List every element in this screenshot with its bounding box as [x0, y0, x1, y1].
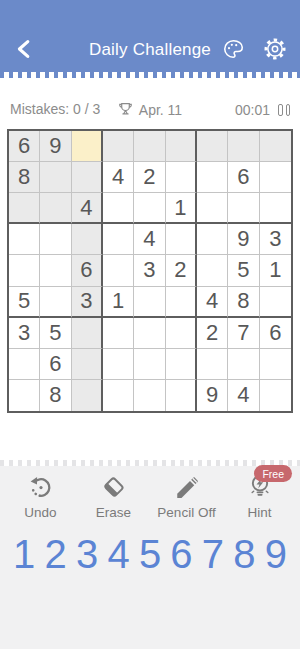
cell-r2c9[interactable] — [260, 162, 291, 193]
digit-9-button[interactable]: 9 — [265, 534, 287, 574]
cell-r2c7[interactable] — [197, 162, 228, 193]
cell-r2c2[interactable] — [40, 162, 71, 193]
timer-group: 00:01 — [235, 98, 292, 122]
cell-r3c3[interactable]: 4 — [72, 193, 103, 224]
sudoku-board: 698426414936325153148352766894 — [7, 129, 293, 413]
cell-r3c2[interactable] — [40, 193, 71, 224]
header: Daily Challenge — [0, 0, 300, 72]
cell-r2c5[interactable]: 2 — [134, 162, 165, 193]
cell-r3c8[interactable] — [228, 193, 259, 224]
cell-r5c8[interactable]: 5 — [228, 255, 259, 286]
cell-r3c6[interactable]: 1 — [166, 193, 197, 224]
cell-r1c4[interactable] — [103, 131, 134, 162]
cell-r7c4[interactable] — [103, 318, 134, 349]
cell-r1c2[interactable]: 9 — [40, 131, 71, 162]
cell-r5c4[interactable] — [103, 255, 134, 286]
ticket-edge-top — [0, 72, 300, 78]
erase-label: Erase — [96, 505, 131, 520]
cell-r9c7[interactable]: 9 — [197, 380, 228, 411]
cell-r6c8[interactable]: 8 — [228, 287, 259, 318]
cell-r6c9[interactable] — [260, 287, 291, 318]
cell-r5c7[interactable] — [197, 255, 228, 286]
cell-r5c2[interactable] — [40, 255, 71, 286]
digit-5-button[interactable]: 5 — [139, 534, 161, 574]
pencil-icon — [172, 472, 202, 502]
cell-r6c3[interactable]: 3 — [72, 287, 103, 318]
hint-label: Hint — [247, 505, 271, 520]
theme-palette-button[interactable] — [218, 34, 248, 64]
digit-6-button[interactable]: 6 — [170, 534, 192, 574]
cell-r5c3[interactable]: 6 — [72, 255, 103, 286]
cell-r4c9[interactable]: 3 — [260, 224, 291, 255]
cell-r1c8[interactable] — [228, 131, 259, 162]
pencil-label: Pencil Off — [157, 505, 215, 520]
cell-r8c9[interactable] — [260, 349, 291, 380]
cell-r7c7[interactable]: 2 — [197, 318, 228, 349]
cell-r5c5[interactable]: 3 — [134, 255, 165, 286]
cell-r5c6[interactable]: 2 — [166, 255, 197, 286]
sudoku-app: Daily Challenge Mistakes — [0, 0, 300, 649]
control-panel: Undo Erase Pencil Off — [0, 466, 300, 649]
cell-r9c4[interactable] — [103, 380, 134, 411]
cell-r5c1[interactable] — [9, 255, 40, 286]
cell-r1c1[interactable]: 6 — [9, 131, 40, 162]
cell-r6c6[interactable] — [166, 287, 197, 318]
cell-r8c8[interactable] — [228, 349, 259, 380]
cell-r9c6[interactable] — [166, 380, 197, 411]
pause-icon — [286, 104, 291, 116]
toolbar: Undo Erase Pencil Off — [0, 466, 300, 520]
cell-r4c4[interactable] — [103, 224, 134, 255]
cell-r6c5[interactable] — [134, 287, 165, 318]
undo-icon — [26, 472, 56, 502]
digit-3-button[interactable]: 3 — [76, 534, 98, 574]
cell-r7c2[interactable]: 5 — [40, 318, 71, 349]
cell-r7c1[interactable]: 3 — [9, 318, 40, 349]
cell-r9c8[interactable]: 4 — [228, 380, 259, 411]
cell-r7c5[interactable] — [134, 318, 165, 349]
undo-label: Undo — [24, 505, 56, 520]
cell-r7c6[interactable] — [166, 318, 197, 349]
cell-r9c5[interactable] — [134, 380, 165, 411]
cell-r1c3[interactable] — [72, 131, 103, 162]
cell-r3c1[interactable] — [9, 193, 40, 224]
pause-icon — [278, 104, 283, 116]
digit-4-button[interactable]: 4 — [107, 534, 129, 574]
cell-r2c1[interactable]: 8 — [9, 162, 40, 193]
cell-r8c1[interactable] — [9, 349, 40, 380]
date-label: Apr. 11 — [139, 102, 182, 118]
erase-button[interactable]: Erase — [77, 472, 150, 520]
cell-r9c3[interactable] — [72, 380, 103, 411]
cell-r8c3[interactable] — [72, 349, 103, 380]
cell-r4c7[interactable] — [197, 224, 228, 255]
cell-r8c4[interactable] — [103, 349, 134, 380]
free-badge: Free — [254, 465, 292, 482]
undo-button[interactable]: Undo — [4, 472, 77, 520]
status-bar: Mistakes: 0 / 3 Apr. 11 00:01 — [0, 98, 300, 122]
cell-r7c9[interactable]: 6 — [260, 318, 291, 349]
eraser-icon — [99, 472, 129, 502]
cell-r4c2[interactable] — [40, 224, 71, 255]
cell-r2c8[interactable]: 6 — [228, 162, 259, 193]
gear-icon — [262, 36, 288, 62]
cell-r8c2[interactable]: 6 — [40, 349, 71, 380]
header-actions — [218, 34, 290, 64]
pause-button[interactable] — [276, 102, 292, 118]
cell-r4c3[interactable] — [72, 224, 103, 255]
settings-button[interactable] — [260, 34, 290, 64]
cell-r3c7[interactable] — [197, 193, 228, 224]
cell-r3c9[interactable] — [260, 193, 291, 224]
palette-icon — [221, 37, 246, 62]
cell-r9c1[interactable] — [9, 380, 40, 411]
cell-r4c1[interactable] — [9, 224, 40, 255]
cell-r4c8[interactable]: 9 — [228, 224, 259, 255]
cell-r9c9[interactable] — [260, 380, 291, 411]
game-area: Mistakes: 0 / 3 Apr. 11 00:01 6984264149… — [0, 98, 300, 460]
cell-r2c3[interactable] — [72, 162, 103, 193]
cell-r6c1[interactable]: 5 — [9, 287, 40, 318]
timer: 00:01 — [235, 102, 270, 118]
cell-r8c7[interactable] — [197, 349, 228, 380]
digit-1-button[interactable]: 1 — [13, 534, 35, 574]
digit-2-button[interactable]: 2 — [44, 534, 66, 574]
hint-button[interactable]: Free Hint — [223, 472, 296, 520]
cell-r9c2[interactable]: 8 — [40, 380, 71, 411]
cell-r4c6[interactable] — [166, 224, 197, 255]
cell-r8c6[interactable] — [166, 349, 197, 380]
number-pad: 123456789 — [0, 528, 300, 580]
cell-r6c2[interactable] — [40, 287, 71, 318]
digit-7-button[interactable]: 7 — [202, 534, 224, 574]
cell-r8c5[interactable] — [134, 349, 165, 380]
cell-r6c4[interactable]: 1 — [103, 287, 134, 318]
cell-r7c8[interactable]: 7 — [228, 318, 259, 349]
cell-r1c7[interactable] — [197, 131, 228, 162]
pencil-toggle-button[interactable]: Pencil Off — [150, 472, 223, 520]
cell-r4c5[interactable]: 4 — [134, 224, 165, 255]
digit-8-button[interactable]: 8 — [233, 534, 255, 574]
trophy-icon — [118, 102, 133, 118]
cell-r7c3[interactable] — [72, 318, 103, 349]
cell-r5c9[interactable]: 1 — [260, 255, 291, 286]
cell-r3c4[interactable] — [103, 193, 134, 224]
cell-r3c5[interactable] — [134, 193, 165, 224]
cell-r6c7[interactable]: 4 — [197, 287, 228, 318]
cell-r1c6[interactable] — [166, 131, 197, 162]
cell-r2c6[interactable] — [166, 162, 197, 193]
cell-r1c5[interactable] — [134, 131, 165, 162]
cell-r1c9[interactable] — [260, 131, 291, 162]
cell-r2c4[interactable]: 4 — [103, 162, 134, 193]
